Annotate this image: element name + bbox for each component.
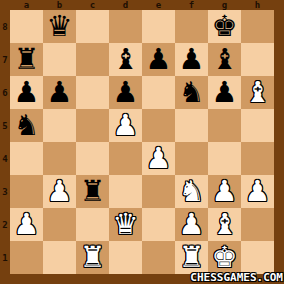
- black-bishop-g7: ♝: [212, 43, 238, 76]
- white-pawn-f2: ♟: [179, 208, 205, 241]
- square-d7[interactable]: ♝: [109, 43, 142, 76]
- square-h3[interactable]: ♟: [241, 175, 274, 208]
- rank-label-3: 3: [0, 175, 10, 208]
- square-h5[interactable]: [241, 109, 274, 142]
- square-a2[interactable]: ♟: [10, 208, 43, 241]
- square-d6[interactable]: ♟: [109, 76, 142, 109]
- square-g7[interactable]: ♝: [208, 43, 241, 76]
- white-rook-c1: ♜: [80, 241, 106, 274]
- white-knight-f3: ♞: [179, 175, 205, 208]
- square-e6[interactable]: [142, 76, 175, 109]
- white-pawn-g3: ♟: [212, 175, 238, 208]
- square-h1[interactable]: [241, 241, 274, 274]
- square-a8[interactable]: [10, 10, 43, 43]
- black-pawn-a6: ♟: [14, 76, 40, 109]
- rank-label-5: 5: [0, 109, 10, 142]
- square-g3[interactable]: ♟: [208, 175, 241, 208]
- file-label-c: c: [76, 0, 109, 10]
- white-king-g1: ♚: [212, 241, 238, 274]
- chess-diagram: abcdefgh 87654321 ♛♚♜♝♟♟♝♟♟♟♞♟♝♞♟♟♟♜♞♟♟♟…: [0, 0, 284, 284]
- black-king-g8: ♚: [212, 10, 238, 43]
- square-a4[interactable]: [10, 142, 43, 175]
- square-h7[interactable]: [241, 43, 274, 76]
- square-c3[interactable]: ♜: [76, 175, 109, 208]
- black-knight-f6: ♞: [179, 76, 205, 109]
- rank-label-1: 1: [0, 241, 10, 274]
- square-d1[interactable]: [109, 241, 142, 274]
- white-pawn-b3: ♟: [47, 175, 73, 208]
- square-h4[interactable]: [241, 142, 274, 175]
- square-g2[interactable]: ♝: [208, 208, 241, 241]
- square-b4[interactable]: [43, 142, 76, 175]
- square-e4[interactable]: ♟: [142, 142, 175, 175]
- square-f1[interactable]: ♜: [175, 241, 208, 274]
- square-a5[interactable]: ♞: [10, 109, 43, 142]
- square-e1[interactable]: [142, 241, 175, 274]
- square-f7[interactable]: ♟: [175, 43, 208, 76]
- square-h6[interactable]: ♝: [241, 76, 274, 109]
- square-f8[interactable]: [175, 10, 208, 43]
- rank-label-6: 6: [0, 76, 10, 109]
- black-rook-a7: ♜: [14, 43, 40, 76]
- square-d3[interactable]: [109, 175, 142, 208]
- file-label-a: a: [10, 0, 43, 10]
- file-label-e: e: [142, 0, 175, 10]
- square-a3[interactable]: [10, 175, 43, 208]
- square-b2[interactable]: [43, 208, 76, 241]
- square-a6[interactable]: ♟: [10, 76, 43, 109]
- square-b5[interactable]: [43, 109, 76, 142]
- square-h8[interactable]: [241, 10, 274, 43]
- square-c6[interactable]: [76, 76, 109, 109]
- white-rook-f1: ♜: [179, 241, 205, 274]
- white-pawn-e4: ♟: [146, 142, 172, 175]
- square-g5[interactable]: [208, 109, 241, 142]
- square-g1[interactable]: ♚: [208, 241, 241, 274]
- square-c8[interactable]: [76, 10, 109, 43]
- square-f3[interactable]: ♞: [175, 175, 208, 208]
- square-f6[interactable]: ♞: [175, 76, 208, 109]
- black-pawn-g6: ♟: [212, 76, 238, 109]
- rank-label-8: 8: [0, 10, 10, 43]
- black-pawn-d6: ♟: [113, 76, 139, 109]
- black-queen-b8: ♛: [47, 10, 73, 43]
- black-knight-a5: ♞: [14, 109, 40, 142]
- file-label-f: f: [175, 0, 208, 10]
- black-pawn-b6: ♟: [47, 76, 73, 109]
- square-b1[interactable]: [43, 241, 76, 274]
- square-c4[interactable]: [76, 142, 109, 175]
- square-e2[interactable]: [142, 208, 175, 241]
- square-g8[interactable]: ♚: [208, 10, 241, 43]
- square-e5[interactable]: [142, 109, 175, 142]
- square-a7[interactable]: ♜: [10, 43, 43, 76]
- black-rook-c3: ♜: [80, 175, 106, 208]
- white-pawn-a2: ♟: [14, 208, 40, 241]
- square-d8[interactable]: [109, 10, 142, 43]
- square-g4[interactable]: [208, 142, 241, 175]
- square-e7[interactable]: ♟: [142, 43, 175, 76]
- white-pawn-d5: ♟: [113, 109, 139, 142]
- square-d4[interactable]: [109, 142, 142, 175]
- square-b3[interactable]: ♟: [43, 175, 76, 208]
- file-label-d: d: [109, 0, 142, 10]
- black-pawn-f7: ♟: [179, 43, 205, 76]
- square-c5[interactable]: [76, 109, 109, 142]
- black-pawn-e7: ♟: [146, 43, 172, 76]
- rank-label-4: 4: [0, 142, 10, 175]
- chess-board: ♛♚♜♝♟♟♝♟♟♟♞♟♝♞♟♟♟♜♞♟♟♟♛♟♝♜♜♚: [10, 10, 274, 274]
- square-c1[interactable]: ♜: [76, 241, 109, 274]
- square-b7[interactable]: [43, 43, 76, 76]
- chessgames-logo: CHESSGAMES.COM: [190, 272, 283, 284]
- black-bishop-d7: ♝: [113, 43, 139, 76]
- square-d5[interactable]: ♟: [109, 109, 142, 142]
- square-b6[interactable]: ♟: [43, 76, 76, 109]
- square-e3[interactable]: [142, 175, 175, 208]
- square-f5[interactable]: [175, 109, 208, 142]
- white-bishop-g2: ♝: [212, 208, 238, 241]
- square-a1[interactable]: [10, 241, 43, 274]
- square-h2[interactable]: [241, 208, 274, 241]
- file-label-h: h: [241, 0, 274, 10]
- square-d2[interactable]: ♛: [109, 208, 142, 241]
- square-f2[interactable]: ♟: [175, 208, 208, 241]
- white-queen-d2: ♛: [113, 208, 139, 241]
- square-c7[interactable]: [76, 43, 109, 76]
- square-g6[interactable]: ♟: [208, 76, 241, 109]
- square-f4[interactable]: [175, 142, 208, 175]
- square-c2[interactable]: [76, 208, 109, 241]
- white-bishop-h6: ♝: [245, 76, 271, 109]
- rank-label-7: 7: [0, 43, 10, 76]
- square-e8[interactable]: [142, 10, 175, 43]
- white-pawn-h3: ♟: [245, 175, 271, 208]
- square-b8[interactable]: ♛: [43, 10, 76, 43]
- rank-label-2: 2: [0, 208, 10, 241]
